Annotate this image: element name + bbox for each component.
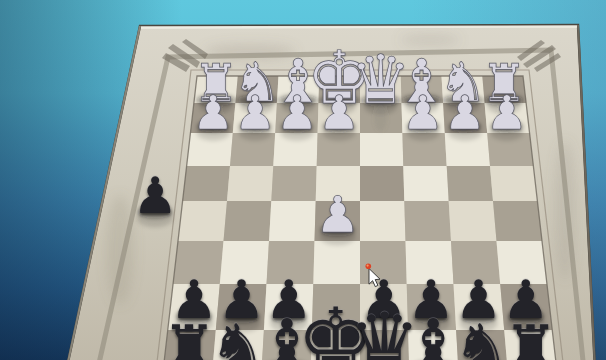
square-h4[interactable] (183, 166, 230, 201)
square-b5[interactable] (449, 201, 497, 241)
square-f4[interactable] (271, 166, 316, 201)
piece-white-pawn-e5[interactable]: ♟ (315, 190, 360, 240)
piece-black-rook-a8[interactable]: ♜ (503, 318, 558, 360)
square-g4[interactable] (227, 166, 273, 201)
square-g5[interactable] (224, 201, 272, 241)
square-a5[interactable] (493, 201, 542, 241)
square-d5[interactable] (360, 201, 406, 241)
piece-white-pawn-b2[interactable]: ♟ (444, 89, 486, 136)
piece-white-pawn-f2[interactable]: ♟ (276, 89, 318, 136)
square-a4[interactable] (490, 166, 537, 201)
piece-white-pawn-e2[interactable]: ♟ (318, 89, 360, 136)
captured-black-pawn: ♟ (132, 171, 177, 221)
square-e6[interactable] (313, 241, 360, 284)
piece-white-pawn-c2[interactable]: ♟ (402, 89, 444, 136)
piece-black-knight-b8[interactable]: ♞ (453, 316, 511, 360)
piece-white-pawn-h2[interactable]: ♟ (192, 89, 234, 136)
piece-white-pawn-g2[interactable]: ♟ (234, 89, 276, 136)
square-c5[interactable] (404, 201, 451, 241)
square-b4[interactable] (447, 166, 493, 201)
square-h5[interactable] (178, 201, 227, 241)
square-d3[interactable] (360, 133, 403, 166)
square-f5[interactable] (269, 201, 316, 241)
square-d4[interactable] (360, 166, 404, 201)
chess-titans-scene: ♜♞♝♚♛♝♞♜♟♟♟♟♟♟♟♟♟♟♟♟♟♟♟♜♞♝♚♛♝♞♜♟ (0, 0, 606, 360)
piece-white-pawn-a2[interactable]: ♟ (486, 89, 528, 136)
square-c4[interactable] (403, 166, 448, 201)
